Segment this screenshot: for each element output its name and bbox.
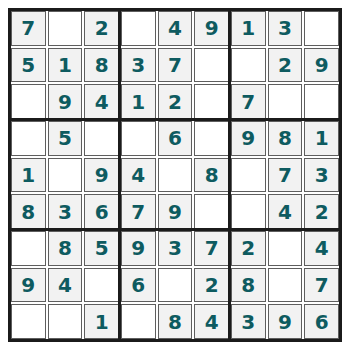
cell-r8c4: 6 [121, 268, 156, 303]
cell-r5c8: 7 [268, 158, 303, 193]
cell-r1c2[interactable] [48, 11, 83, 46]
cell-r2c2: 1 [48, 48, 83, 83]
cell-r7c5: 3 [158, 231, 193, 266]
cell-r2c1: 5 [11, 48, 46, 83]
cell-r8c2: 4 [48, 268, 83, 303]
cell-r6c7[interactable] [231, 194, 266, 229]
cell-r6c5: 9 [158, 194, 193, 229]
cell-r6c9: 2 [304, 194, 339, 229]
cell-r7c1[interactable] [11, 231, 46, 266]
cell-r7c7: 2 [231, 231, 266, 266]
cell-r8c9: 7 [304, 268, 339, 303]
cell-r6c1: 8 [11, 194, 46, 229]
cell-r8c6: 2 [194, 268, 229, 303]
cell-r1c4[interactable] [121, 11, 156, 46]
cell-r3c5: 2 [158, 84, 193, 119]
cell-r9c9: 6 [304, 304, 339, 339]
cell-r4c4[interactable] [121, 121, 156, 156]
cell-r5c4: 4 [121, 158, 156, 193]
cell-r4c3[interactable] [84, 121, 119, 156]
cell-r9c5: 8 [158, 304, 193, 339]
cell-r2c4: 3 [121, 48, 156, 83]
cell-r3c2: 9 [48, 84, 83, 119]
cell-r2c3: 8 [84, 48, 119, 83]
cell-r8c3[interactable] [84, 268, 119, 303]
cell-r5c9: 3 [304, 158, 339, 193]
cell-r2c9: 9 [304, 48, 339, 83]
cell-r9c3: 1 [84, 304, 119, 339]
cell-r4c5: 6 [158, 121, 193, 156]
cell-r4c6[interactable] [194, 121, 229, 156]
cell-r3c8[interactable] [268, 84, 303, 119]
cell-r1c6: 9 [194, 11, 229, 46]
cell-r7c9: 4 [304, 231, 339, 266]
cell-r4c8: 8 [268, 121, 303, 156]
cell-r9c8: 9 [268, 304, 303, 339]
cell-r3c3: 4 [84, 84, 119, 119]
cell-r3c7: 7 [231, 84, 266, 119]
cell-r1c9[interactable] [304, 11, 339, 46]
sudoku-board: 7249135183729941275698119487383679428593… [8, 8, 342, 342]
cell-r8c5[interactable] [158, 268, 193, 303]
page: 7249135183729941275698119487383679428593… [0, 0, 350, 350]
cell-r1c7: 1 [231, 11, 266, 46]
cell-r6c3: 6 [84, 194, 119, 229]
cell-r9c6: 4 [194, 304, 229, 339]
cell-r5c1: 1 [11, 158, 46, 193]
cell-r6c8: 4 [268, 194, 303, 229]
cell-r5c5[interactable] [158, 158, 193, 193]
cell-r1c8: 3 [268, 11, 303, 46]
cell-r2c7[interactable] [231, 48, 266, 83]
cell-r4c2: 5 [48, 121, 83, 156]
cell-r4c7: 9 [231, 121, 266, 156]
cell-r9c1[interactable] [11, 304, 46, 339]
cell-r9c7: 3 [231, 304, 266, 339]
cell-r1c5: 4 [158, 11, 193, 46]
cell-r3c4: 1 [121, 84, 156, 119]
cell-r5c3: 9 [84, 158, 119, 193]
cell-r3c1[interactable] [11, 84, 46, 119]
cell-r6c2: 3 [48, 194, 83, 229]
cell-r8c7: 8 [231, 268, 266, 303]
cell-r1c1: 7 [11, 11, 46, 46]
cell-r7c8[interactable] [268, 231, 303, 266]
cell-r2c5: 7 [158, 48, 193, 83]
cell-r2c6[interactable] [194, 48, 229, 83]
cell-r3c6[interactable] [194, 84, 229, 119]
cell-r9c2[interactable] [48, 304, 83, 339]
cell-r7c4: 9 [121, 231, 156, 266]
cell-r5c6: 8 [194, 158, 229, 193]
cell-r7c2: 8 [48, 231, 83, 266]
cell-r4c1[interactable] [11, 121, 46, 156]
cell-r7c6: 7 [194, 231, 229, 266]
cell-r3c9[interactable] [304, 84, 339, 119]
cell-r8c8[interactable] [268, 268, 303, 303]
cell-r9c4[interactable] [121, 304, 156, 339]
cell-r6c6[interactable] [194, 194, 229, 229]
cell-r6c4: 7 [121, 194, 156, 229]
cell-r2c8: 2 [268, 48, 303, 83]
cell-r4c9: 1 [304, 121, 339, 156]
cell-r8c1: 9 [11, 268, 46, 303]
cell-r7c3: 5 [84, 231, 119, 266]
cell-r5c2[interactable] [48, 158, 83, 193]
cell-r5c7[interactable] [231, 158, 266, 193]
cell-r1c3: 2 [84, 11, 119, 46]
